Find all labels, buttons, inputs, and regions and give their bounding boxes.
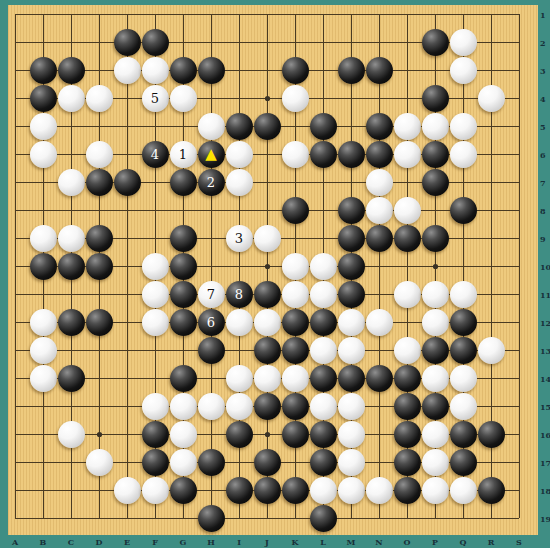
row-label: 10 [540,262,550,272]
black-stone [282,57,309,84]
black-stone [142,449,169,476]
white-stone [142,393,169,420]
black-stone [170,225,197,252]
move-number-label: 2 [207,176,215,189]
black-stone [170,365,197,392]
black-stone [310,421,337,448]
white-stone [422,113,449,140]
white-stone [142,253,169,280]
white-stone [394,281,421,308]
white-stone [450,113,477,140]
black-stone [142,29,169,56]
white-stone [86,141,113,168]
black-stone [58,57,85,84]
white-stone [170,421,197,448]
move-number-label: 3 [235,232,243,245]
black-stone [114,169,141,196]
black-stone [394,365,421,392]
column-label: H [203,537,219,547]
white-stone [142,477,169,504]
white-stone [338,477,365,504]
white-stone [198,393,225,420]
white-stone [422,477,449,504]
white-stone [86,85,113,112]
white-stone [366,169,393,196]
black-stone: 8 [226,281,253,308]
black-stone [198,449,225,476]
black-stone: ▲ [198,141,225,168]
column-label: R [483,537,499,547]
move-number-label: 7 [207,288,215,301]
column-label: A [7,537,23,547]
black-stone [422,393,449,420]
black-stone [450,197,477,224]
row-label: 2 [540,38,550,48]
go-app-window: 541▲23786 ABCDEFGHIJKLMNOPQRS12345678910… [0,0,550,548]
black-stone [450,337,477,364]
black-stone [394,477,421,504]
black-stone [254,393,281,420]
column-label: N [371,537,387,547]
column-label: Q [455,537,471,547]
black-stone [450,421,477,448]
white-stone [310,281,337,308]
white-stone [142,57,169,84]
black-stone [282,477,309,504]
white-stone [422,281,449,308]
white-stone [366,197,393,224]
white-stone [170,85,197,112]
white-stone [282,365,309,392]
move-number-label: 1 [179,148,187,161]
black-stone [86,309,113,336]
black-stone [198,57,225,84]
white-stone [30,225,57,252]
white-stone [394,113,421,140]
column-label: P [427,537,443,547]
black-stone [226,421,253,448]
black-stone [282,421,309,448]
white-stone [226,169,253,196]
white-stone [422,421,449,448]
white-stone [282,281,309,308]
black-stone [478,477,505,504]
white-stone [450,57,477,84]
white-stone [338,337,365,364]
black-stone [338,225,365,252]
black-stone [310,505,337,532]
black-stone [338,141,365,168]
row-label: 6 [540,150,550,160]
white-stone [30,337,57,364]
black-stone [254,449,281,476]
white-stone [422,365,449,392]
black-stone [30,85,57,112]
white-stone [478,85,505,112]
row-label: 15 [540,402,550,412]
column-label: J [259,537,275,547]
black-stone [282,393,309,420]
last-move-triangle-marker: ▲ [205,147,217,162]
black-stone [226,113,253,140]
black-stone [394,449,421,476]
black-stone [282,337,309,364]
column-label: F [147,537,163,547]
white-stone [170,393,197,420]
row-label: 5 [540,122,550,132]
black-stone [366,225,393,252]
black-stone [394,225,421,252]
black-stone [366,113,393,140]
white-stone [310,477,337,504]
white-stone [30,309,57,336]
white-stone [394,197,421,224]
white-stone [338,309,365,336]
white-stone [226,309,253,336]
black-stone [450,309,477,336]
white-stone [30,141,57,168]
white-stone [450,29,477,56]
black-stone [170,281,197,308]
white-stone [394,141,421,168]
white-stone [422,309,449,336]
black-stone [30,57,57,84]
white-stone [450,281,477,308]
white-stone [282,253,309,280]
white-stone [338,449,365,476]
black-stone [114,29,141,56]
white-stone [30,365,57,392]
black-stone [478,421,505,448]
white-stone [170,449,197,476]
black-stone [366,57,393,84]
white-stone [450,141,477,168]
black-stone [338,57,365,84]
white-stone [338,393,365,420]
black-stone [170,253,197,280]
white-stone [366,309,393,336]
row-label: 18 [540,486,550,496]
row-label: 1 [540,10,550,20]
black-stone [310,449,337,476]
column-label: L [315,537,331,547]
row-label: 12 [540,318,550,328]
row-label: 3 [540,66,550,76]
row-label: 19 [540,514,550,524]
white-stone [478,337,505,364]
white-stone: 7 [198,281,225,308]
row-label: 7 [540,178,550,188]
row-label: 9 [540,234,550,244]
black-stone [254,113,281,140]
black-stone [394,421,421,448]
black-stone [254,477,281,504]
black-stone [366,141,393,168]
move-number-label: 4 [151,148,159,161]
white-stone [114,57,141,84]
black-stone [198,337,225,364]
white-stone [254,225,281,252]
row-label: 8 [540,206,550,216]
black-stone [338,253,365,280]
column-label: D [91,537,107,547]
row-label: 14 [540,374,550,384]
white-stone [226,141,253,168]
white-stone [338,421,365,448]
white-stone: 1 [170,141,197,168]
white-stone: 5 [142,85,169,112]
black-stone [422,29,449,56]
white-stone [198,113,225,140]
white-stone [254,365,281,392]
black-stone [338,365,365,392]
row-label: 4 [540,94,550,104]
black-stone [58,309,85,336]
white-stone [142,281,169,308]
white-stone [30,113,57,140]
black-stone [422,141,449,168]
black-stone [338,197,365,224]
column-label: B [35,537,51,547]
move-number-label: 5 [151,92,159,105]
white-stone [310,337,337,364]
black-stone [422,169,449,196]
white-stone [114,477,141,504]
black-stone [310,365,337,392]
column-label: I [231,537,247,547]
black-stone [142,421,169,448]
stones-layer: 541▲23786 [0,0,550,548]
black-stone [170,477,197,504]
white-stone [282,85,309,112]
black-stone [282,309,309,336]
black-stone [310,309,337,336]
black-stone [86,253,113,280]
row-label: 11 [540,290,550,300]
black-stone [338,281,365,308]
black-stone [422,85,449,112]
white-stone [282,141,309,168]
white-stone [58,421,85,448]
black-stone [86,169,113,196]
black-stone [310,113,337,140]
column-label: E [119,537,135,547]
black-stone [254,281,281,308]
row-label: 17 [540,458,550,468]
white-stone [422,449,449,476]
black-stone [198,505,225,532]
white-stone [58,85,85,112]
black-stone [310,141,337,168]
black-stone [422,337,449,364]
move-number-label: 6 [207,316,215,329]
white-stone [450,365,477,392]
white-stone [254,309,281,336]
column-label: O [399,537,415,547]
white-stone [366,477,393,504]
white-stone [450,393,477,420]
move-number-label: 8 [235,288,243,301]
black-stone [170,309,197,336]
black-stone [86,225,113,252]
white-stone [310,393,337,420]
black-stone: 2 [198,169,225,196]
black-stone [58,253,85,280]
column-label: M [343,537,359,547]
column-label: C [63,537,79,547]
white-stone: 3 [226,225,253,252]
white-stone [226,393,253,420]
black-stone [450,449,477,476]
row-label: 13 [540,346,550,356]
white-stone [86,449,113,476]
black-stone [30,253,57,280]
black-stone [422,225,449,252]
black-stone: 4 [142,141,169,168]
column-label: K [287,537,303,547]
black-stone [226,477,253,504]
column-label: S [511,537,527,547]
white-stone [394,337,421,364]
white-stone [226,365,253,392]
white-stone [450,477,477,504]
white-stone [142,309,169,336]
black-stone [170,57,197,84]
row-label: 16 [540,430,550,440]
black-stone [254,337,281,364]
black-stone [170,169,197,196]
black-stone: 6 [198,309,225,336]
black-stone [282,197,309,224]
white-stone [58,169,85,196]
column-label: G [175,537,191,547]
black-stone [394,393,421,420]
black-stone [58,365,85,392]
white-stone [310,253,337,280]
black-stone [366,365,393,392]
white-stone [58,225,85,252]
